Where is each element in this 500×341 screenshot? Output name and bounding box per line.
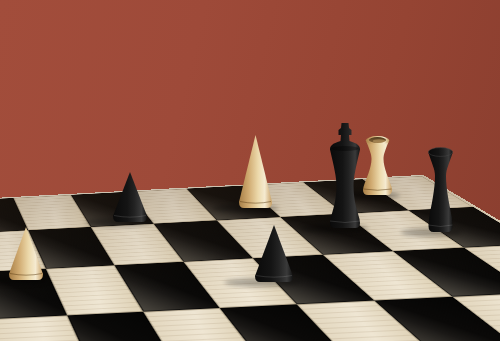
piece-white-bishop[interactable] xyxy=(210,133,301,219)
scene xyxy=(0,0,500,341)
piece-black-pawn[interactable] xyxy=(222,223,326,293)
piece-black-rook[interactable] xyxy=(399,145,482,243)
piece-black-pawn[interactable] xyxy=(83,170,177,233)
piece-black-king[interactable] xyxy=(298,121,392,239)
piece-white-pawn[interactable] xyxy=(0,225,73,291)
